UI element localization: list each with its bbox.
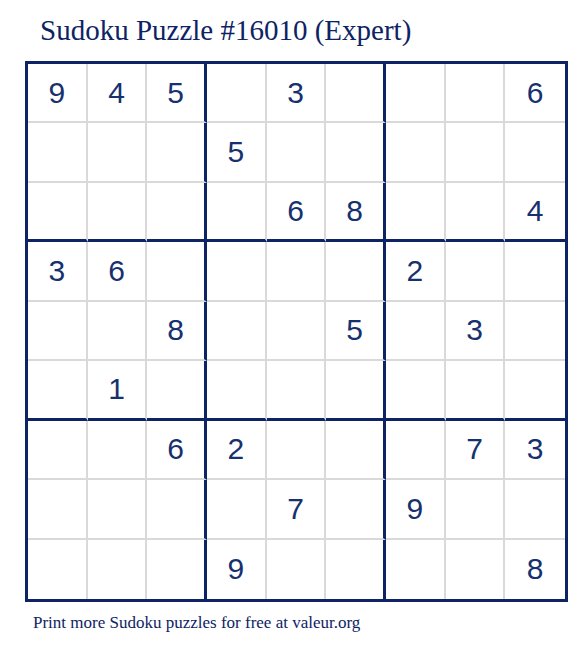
sudoku-cell-r4c7: 2 [386, 242, 446, 301]
sudoku-cell-r9c1 [28, 540, 88, 599]
sudoku-cell-r9c5 [267, 540, 327, 599]
sudoku-cell-r4c8 [446, 242, 506, 301]
sudoku-cell-r7c4: 2 [207, 421, 267, 480]
sudoku-cell-r1c4 [207, 64, 267, 123]
sudoku-cell-r9c9: 8 [505, 540, 565, 599]
sudoku-cell-r7c2 [88, 421, 148, 480]
sudoku-cell-r3c1 [28, 183, 88, 242]
sudoku-cell-r8c5: 7 [267, 480, 327, 539]
sudoku-cell-r2c8 [446, 123, 506, 182]
sudoku-cell-r4c5 [267, 242, 327, 301]
sudoku-cell-r7c5 [267, 421, 327, 480]
sudoku-cell-r4c6 [326, 242, 386, 301]
sudoku-cell-r2c9 [505, 123, 565, 182]
sudoku-cell-r6c8 [446, 361, 506, 420]
sudoku-cell-r3c2 [88, 183, 148, 242]
sudoku-cell-r2c7 [386, 123, 446, 182]
sudoku-cell-r1c7 [386, 64, 446, 123]
sudoku-cell-r9c8 [446, 540, 506, 599]
sudoku-cell-r7c7 [386, 421, 446, 480]
sudoku-cell-r3c9: 4 [505, 183, 565, 242]
sudoku-cell-r5c4 [207, 302, 267, 361]
sudoku-cell-r3c6: 8 [326, 183, 386, 242]
sudoku-cell-r7c6 [326, 421, 386, 480]
sudoku-cell-r5c7 [386, 302, 446, 361]
sudoku-cell-r7c3: 6 [147, 421, 207, 480]
sudoku-cell-r2c2 [88, 123, 148, 182]
sudoku-cell-r9c6 [326, 540, 386, 599]
sudoku-cell-r5c5 [267, 302, 327, 361]
sudoku-cell-r4c3 [147, 242, 207, 301]
sudoku-cell-r1c2: 4 [88, 64, 148, 123]
sudoku-cell-r4c1: 3 [28, 242, 88, 301]
sudoku-cell-r6c4 [207, 361, 267, 420]
sudoku-cell-r9c4: 9 [207, 540, 267, 599]
sudoku-cell-r6c3 [147, 361, 207, 420]
sudoku-cell-r2c5 [267, 123, 327, 182]
sudoku-cell-r5c8: 3 [446, 302, 506, 361]
sudoku-cell-r2c3 [147, 123, 207, 182]
sudoku-cell-r9c2 [88, 540, 148, 599]
sudoku-cell-r8c3 [147, 480, 207, 539]
sudoku-cell-r6c6 [326, 361, 386, 420]
sudoku-cell-r5c6: 5 [326, 302, 386, 361]
sudoku-cell-r1c6 [326, 64, 386, 123]
sudoku-cell-r3c3 [147, 183, 207, 242]
sudoku-cell-r1c3: 5 [147, 64, 207, 123]
sudoku-cell-r1c1: 9 [28, 64, 88, 123]
sudoku-cell-r1c8 [446, 64, 506, 123]
sudoku-cell-r6c7 [386, 361, 446, 420]
sudoku-cell-r8c6 [326, 480, 386, 539]
sudoku-cell-r3c8 [446, 183, 506, 242]
sudoku-cell-r7c9: 3 [505, 421, 565, 480]
sudoku-cell-r8c1 [28, 480, 88, 539]
sudoku-cell-r1c5: 3 [267, 64, 327, 123]
sudoku-cell-r9c3 [147, 540, 207, 599]
sudoku-cell-r7c1 [28, 421, 88, 480]
sudoku-cell-r6c9 [505, 361, 565, 420]
sudoku-cell-r2c6 [326, 123, 386, 182]
sudoku-cell-r2c4: 5 [207, 123, 267, 182]
sudoku-cell-r7c8: 7 [446, 421, 506, 480]
sudoku-grid: 945365684362853162737998 [25, 61, 568, 602]
sudoku-cell-r5c3: 8 [147, 302, 207, 361]
sudoku-cell-r8c9 [505, 480, 565, 539]
sudoku-cell-r6c1 [28, 361, 88, 420]
page-title: Sudoku Puzzle #16010 (Expert) [40, 14, 411, 47]
sudoku-cell-r8c8 [446, 480, 506, 539]
sudoku-cell-r1c9: 6 [505, 64, 565, 123]
sudoku-cell-r8c2 [88, 480, 148, 539]
sudoku-cell-r5c2 [88, 302, 148, 361]
sudoku-cell-r5c1 [28, 302, 88, 361]
sudoku-cell-r5c9 [505, 302, 565, 361]
sudoku-cell-r3c4 [207, 183, 267, 242]
sudoku-cell-r2c1 [28, 123, 88, 182]
sudoku-cell-r6c5 [267, 361, 327, 420]
sudoku-cell-r4c9 [505, 242, 565, 301]
sudoku-cell-r3c7 [386, 183, 446, 242]
sudoku-cell-r8c7: 9 [386, 480, 446, 539]
sudoku-cell-r4c4 [207, 242, 267, 301]
sudoku-cell-r6c2: 1 [88, 361, 148, 420]
sudoku-cell-r8c4 [207, 480, 267, 539]
sudoku-cell-r3c5: 6 [267, 183, 327, 242]
sudoku-cell-r4c2: 6 [88, 242, 148, 301]
footer-text: Print more Sudoku puzzles for free at va… [33, 613, 360, 633]
sudoku-cell-r9c7 [386, 540, 446, 599]
